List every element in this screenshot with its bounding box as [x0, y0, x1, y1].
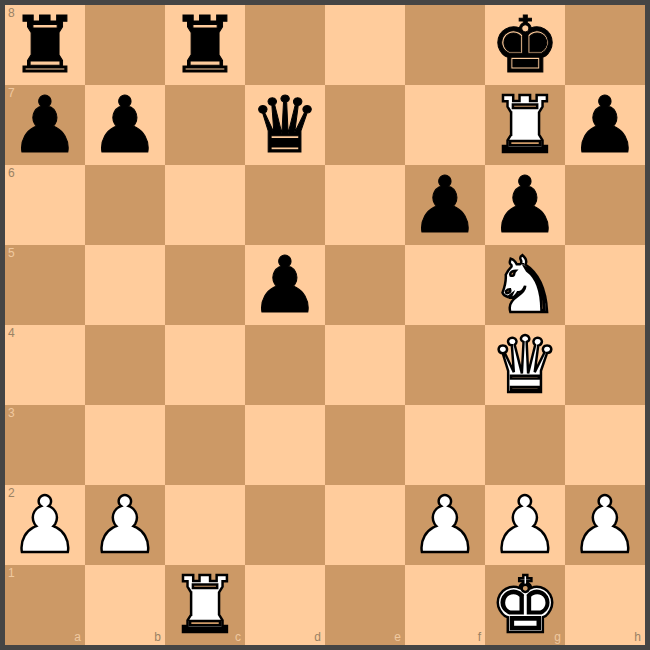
square-b5[interactable]: [85, 245, 165, 325]
black-pawn-g6[interactable]: ♟: [485, 165, 565, 245]
square-e5[interactable]: [325, 245, 405, 325]
white-king-g1[interactable]: ♚: [485, 565, 565, 645]
square-h4[interactable]: [565, 325, 645, 405]
square-g8[interactable]: ♚: [485, 5, 565, 85]
black-rook-a8[interactable]: ♜: [5, 5, 85, 85]
square-c7[interactable]: [165, 85, 245, 165]
chess-board: 8♜♜♚7♟♟♛♜♟6♟♟5♟♞4♛32♟♟♟♟♟1abc♜defg♚h: [5, 5, 645, 645]
square-b8[interactable]: [85, 5, 165, 85]
square-e3[interactable]: [325, 405, 405, 485]
square-g1[interactable]: g♚: [485, 565, 565, 645]
square-h5[interactable]: [565, 245, 645, 325]
black-pawn-b7[interactable]: ♟: [85, 85, 165, 165]
square-d5[interactable]: ♟: [245, 245, 325, 325]
rank-label-1: 1: [8, 567, 15, 579]
chess-board-frame: 8♜♜♚7♟♟♛♜♟6♟♟5♟♞4♛32♟♟♟♟♟1abc♜defg♚h: [0, 0, 650, 650]
rank-label-4: 4: [8, 327, 15, 339]
black-rook-c8[interactable]: ♜: [165, 5, 245, 85]
square-b7[interactable]: ♟: [85, 85, 165, 165]
square-g4[interactable]: ♛: [485, 325, 565, 405]
square-e2[interactable]: [325, 485, 405, 565]
file-label-e: e: [394, 631, 401, 643]
square-f6[interactable]: ♟: [405, 165, 485, 245]
square-a1[interactable]: 1a: [5, 565, 85, 645]
square-e1[interactable]: e: [325, 565, 405, 645]
square-c8[interactable]: ♜: [165, 5, 245, 85]
square-h8[interactable]: [565, 5, 645, 85]
black-king-g8[interactable]: ♚: [485, 5, 565, 85]
square-f2[interactable]: ♟: [405, 485, 485, 565]
file-label-h: h: [634, 631, 641, 643]
square-a6[interactable]: 6: [5, 165, 85, 245]
square-f5[interactable]: [405, 245, 485, 325]
rank-label-6: 6: [8, 167, 15, 179]
rank-label-3: 3: [8, 407, 15, 419]
square-a4[interactable]: 4: [5, 325, 85, 405]
rank-label-5: 5: [8, 247, 15, 259]
square-b1[interactable]: b: [85, 565, 165, 645]
square-c4[interactable]: [165, 325, 245, 405]
square-c5[interactable]: [165, 245, 245, 325]
square-c3[interactable]: [165, 405, 245, 485]
square-b2[interactable]: ♟: [85, 485, 165, 565]
square-g5[interactable]: ♞: [485, 245, 565, 325]
square-h1[interactable]: h: [565, 565, 645, 645]
square-b6[interactable]: [85, 165, 165, 245]
white-rook-g7[interactable]: ♜: [485, 85, 565, 165]
black-queen-d7[interactable]: ♛: [245, 85, 325, 165]
square-a5[interactable]: 5: [5, 245, 85, 325]
square-g3[interactable]: [485, 405, 565, 485]
square-h7[interactable]: ♟: [565, 85, 645, 165]
black-pawn-d5[interactable]: ♟: [245, 245, 325, 325]
white-knight-g5[interactable]: ♞: [485, 245, 565, 325]
square-d2[interactable]: [245, 485, 325, 565]
square-f8[interactable]: [405, 5, 485, 85]
square-a3[interactable]: 3: [5, 405, 85, 485]
square-d4[interactable]: [245, 325, 325, 405]
square-a2[interactable]: 2♟: [5, 485, 85, 565]
black-pawn-a7[interactable]: ♟: [5, 85, 85, 165]
square-g7[interactable]: ♜: [485, 85, 565, 165]
white-pawn-b2[interactable]: ♟: [85, 485, 165, 565]
square-h3[interactable]: [565, 405, 645, 485]
square-b4[interactable]: [85, 325, 165, 405]
square-f1[interactable]: f: [405, 565, 485, 645]
square-b3[interactable]: [85, 405, 165, 485]
square-g6[interactable]: ♟: [485, 165, 565, 245]
square-g2[interactable]: ♟: [485, 485, 565, 565]
file-label-a: a: [74, 631, 81, 643]
square-c2[interactable]: [165, 485, 245, 565]
square-d8[interactable]: [245, 5, 325, 85]
white-pawn-h2[interactable]: ♟: [565, 485, 645, 565]
white-pawn-g2[interactable]: ♟: [485, 485, 565, 565]
square-c6[interactable]: [165, 165, 245, 245]
white-queen-g4[interactable]: ♛: [485, 325, 565, 405]
square-f7[interactable]: [405, 85, 485, 165]
square-e6[interactable]: [325, 165, 405, 245]
square-h6[interactable]: [565, 165, 645, 245]
square-f3[interactable]: [405, 405, 485, 485]
square-d3[interactable]: [245, 405, 325, 485]
white-rook-c1[interactable]: ♜: [165, 565, 245, 645]
square-a8[interactable]: 8♜: [5, 5, 85, 85]
square-d1[interactable]: d: [245, 565, 325, 645]
file-label-f: f: [478, 631, 481, 643]
square-e7[interactable]: [325, 85, 405, 165]
file-label-d: d: [314, 631, 321, 643]
square-c1[interactable]: c♜: [165, 565, 245, 645]
black-pawn-f6[interactable]: ♟: [405, 165, 485, 245]
square-d7[interactable]: ♛: [245, 85, 325, 165]
square-h2[interactable]: ♟: [565, 485, 645, 565]
square-e8[interactable]: [325, 5, 405, 85]
file-label-b: b: [154, 631, 161, 643]
white-pawn-a2[interactable]: ♟: [5, 485, 85, 565]
square-a7[interactable]: 7♟: [5, 85, 85, 165]
square-f4[interactable]: [405, 325, 485, 405]
square-e4[interactable]: [325, 325, 405, 405]
white-pawn-f2[interactable]: ♟: [405, 485, 485, 565]
black-pawn-h7[interactable]: ♟: [565, 85, 645, 165]
square-d6[interactable]: [245, 165, 325, 245]
